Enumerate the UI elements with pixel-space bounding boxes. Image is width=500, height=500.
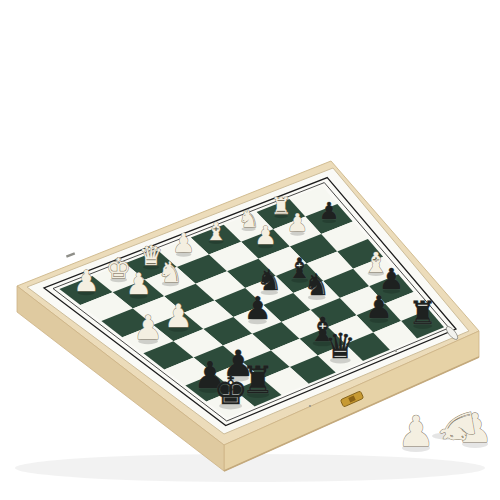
chess-set-scene: ♜♟♞♟♝♟♟♛♝♚♝♞♟♞♟♟♞♟♟♜♟♟♝♛♟♟♜♚ ♟♟♞ [0,0,500,500]
piece-bP-h2[interactable]: ♟ [319,197,340,224]
piece-wP-b2[interactable]: ♟ [125,267,151,301]
piece-bN-f5[interactable]: ♞ [304,268,330,302]
piece-wP-b4[interactable]: ♟ [164,297,193,335]
piece-wP-a4[interactable]: ♟ [133,308,163,347]
piece-wB-e1[interactable]: ♝ [205,217,227,246]
piece-wP-g2[interactable]: ♟ [287,209,309,237]
piece-bP-d5[interactable]: ♟ [243,290,271,326]
piece-bP-g7[interactable]: ♟ [365,289,393,325]
piece-bR-h8[interactable]: ♜ [408,294,437,332]
piece-wN-c2[interactable]: ♞ [158,256,183,289]
piece-wP-f2[interactable]: ♟ [254,221,277,250]
piece-bK-a8[interactable]: ♚ [213,368,247,413]
offboard-pieces: ♟♟♞ [397,403,493,456]
hinge-dot [309,405,311,407]
piece-wP-d1[interactable]: ♟ [172,228,195,258]
piece-bQ-e8[interactable]: ♛ [325,326,356,366]
piece-wP-a1[interactable]: ♟ [73,264,99,298]
product-photo: ♜♟♞♟♝♟♟♛♝♚♝♞♟♞♟♟♞♟♟♜♟♟♝♛♟♟♜♚ ♟♟♞ [0,0,500,500]
hinge-dot [395,350,397,352]
